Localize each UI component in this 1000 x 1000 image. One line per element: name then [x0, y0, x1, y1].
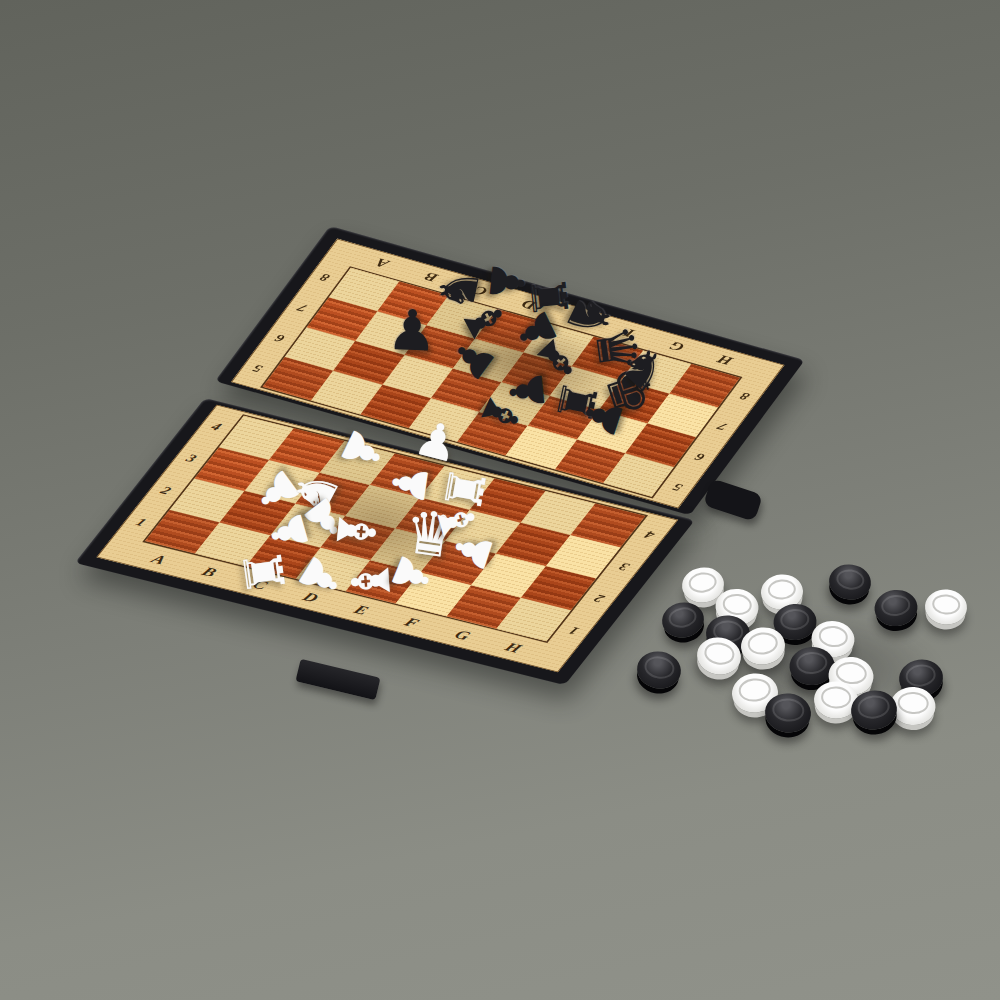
white-checker: [924, 588, 969, 627]
black-checker: [634, 648, 684, 692]
product-photo-scene: ABCDEFGH 8765 8765 ABCDEFGH 4321 4321 ♟♞…: [0, 0, 1000, 1000]
black-checker: [659, 599, 706, 641]
checkers-pile: [0, 0, 1000, 1000]
black-checker: [873, 588, 920, 628]
black-checker: [827, 562, 873, 603]
